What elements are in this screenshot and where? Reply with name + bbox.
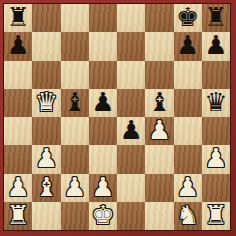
white-pawn-icon[interactable]: ♟ xyxy=(35,145,58,172)
square-h1[interactable]: ♜ xyxy=(202,202,230,230)
square-b7[interactable] xyxy=(32,32,60,60)
square-e2[interactable] xyxy=(117,174,145,202)
square-d2[interactable]: ♟ xyxy=(89,174,117,202)
square-a8[interactable]: ♜ xyxy=(4,4,32,32)
white-queen-icon[interactable]: ♛ xyxy=(35,89,58,116)
square-c6[interactable] xyxy=(61,61,89,89)
square-f4[interactable]: ♟ xyxy=(145,117,173,145)
square-d7[interactable] xyxy=(89,32,117,60)
square-e7[interactable] xyxy=(117,32,145,60)
white-rook-icon[interactable]: ♜ xyxy=(6,202,29,229)
square-g7[interactable]: ♟ xyxy=(174,32,202,60)
square-e6[interactable] xyxy=(117,61,145,89)
square-b6[interactable] xyxy=(32,61,60,89)
square-h2[interactable] xyxy=(202,174,230,202)
square-f3[interactable] xyxy=(145,145,173,173)
black-pawn-icon[interactable]: ♟ xyxy=(176,32,199,59)
square-c7[interactable] xyxy=(61,32,89,60)
white-knight-icon[interactable]: ♞ xyxy=(176,202,199,229)
white-rook-icon[interactable]: ♜ xyxy=(204,202,227,229)
square-b5[interactable]: ♛ xyxy=(32,89,60,117)
square-e8[interactable] xyxy=(117,4,145,32)
square-a6[interactable] xyxy=(4,61,32,89)
square-b4[interactable] xyxy=(32,117,60,145)
square-c5[interactable]: ♝ xyxy=(61,89,89,117)
square-g4[interactable] xyxy=(174,117,202,145)
black-king-icon[interactable]: ♚ xyxy=(176,4,199,31)
square-c4[interactable] xyxy=(61,117,89,145)
black-rook-icon[interactable]: ♜ xyxy=(6,4,29,31)
chess-board: ♜♚♜♟♟♟♛♝♟♝♛♟♟♟♟♟♝♟♟♟♜♚♞♜ xyxy=(3,3,231,231)
black-pawn-icon[interactable]: ♟ xyxy=(6,32,29,59)
square-e4[interactable]: ♟ xyxy=(117,117,145,145)
square-g5[interactable] xyxy=(174,89,202,117)
square-f8[interactable] xyxy=(145,4,173,32)
square-h6[interactable] xyxy=(202,61,230,89)
square-a5[interactable] xyxy=(4,89,32,117)
square-e5[interactable] xyxy=(117,89,145,117)
square-d1[interactable]: ♚ xyxy=(89,202,117,230)
square-g6[interactable] xyxy=(174,61,202,89)
black-pawn-icon[interactable]: ♟ xyxy=(204,32,227,59)
square-h4[interactable] xyxy=(202,117,230,145)
square-b2[interactable]: ♝ xyxy=(32,174,60,202)
square-g2[interactable]: ♟ xyxy=(174,174,202,202)
square-d6[interactable] xyxy=(89,61,117,89)
square-h5[interactable]: ♛ xyxy=(202,89,230,117)
square-f6[interactable] xyxy=(145,61,173,89)
square-c1[interactable] xyxy=(61,202,89,230)
square-c2[interactable]: ♟ xyxy=(61,174,89,202)
square-g3[interactable] xyxy=(174,145,202,173)
square-h3[interactable]: ♟ xyxy=(202,145,230,173)
square-f7[interactable] xyxy=(145,32,173,60)
white-pawn-icon[interactable]: ♟ xyxy=(63,174,86,201)
black-pawn-icon[interactable]: ♟ xyxy=(119,117,142,144)
square-d8[interactable] xyxy=(89,4,117,32)
square-h7[interactable]: ♟ xyxy=(202,32,230,60)
square-f2[interactable] xyxy=(145,174,173,202)
black-queen-icon[interactable]: ♛ xyxy=(204,89,227,116)
black-bishop-icon[interactable]: ♝ xyxy=(148,89,171,116)
white-pawn-icon[interactable]: ♟ xyxy=(148,117,171,144)
square-g1[interactable]: ♞ xyxy=(174,202,202,230)
square-f5[interactable]: ♝ xyxy=(145,89,173,117)
square-b8[interactable] xyxy=(32,4,60,32)
square-a1[interactable]: ♜ xyxy=(4,202,32,230)
square-c8[interactable] xyxy=(61,4,89,32)
square-c3[interactable] xyxy=(61,145,89,173)
square-b1[interactable] xyxy=(32,202,60,230)
square-d3[interactable] xyxy=(89,145,117,173)
white-pawn-icon[interactable]: ♟ xyxy=(176,174,199,201)
square-d4[interactable] xyxy=(89,117,117,145)
square-d5[interactable]: ♟ xyxy=(89,89,117,117)
square-e3[interactable] xyxy=(117,145,145,173)
square-e1[interactable] xyxy=(117,202,145,230)
square-h8[interactable]: ♜ xyxy=(202,4,230,32)
square-a3[interactable] xyxy=(4,145,32,173)
white-pawn-icon[interactable]: ♟ xyxy=(91,174,114,201)
square-b3[interactable]: ♟ xyxy=(32,145,60,173)
square-f1[interactable] xyxy=(145,202,173,230)
chess-board-frame: ♜♚♜♟♟♟♛♝♟♝♛♟♟♟♟♟♝♟♟♟♜♚♞♜ xyxy=(0,0,236,236)
white-pawn-icon[interactable]: ♟ xyxy=(204,145,227,172)
black-bishop-icon[interactable]: ♝ xyxy=(63,89,86,116)
white-king-icon[interactable]: ♚ xyxy=(91,202,114,229)
square-a4[interactable] xyxy=(4,117,32,145)
white-pawn-icon[interactable]: ♟ xyxy=(6,174,29,201)
black-rook-icon[interactable]: ♜ xyxy=(204,4,227,31)
square-a7[interactable]: ♟ xyxy=(4,32,32,60)
white-bishop-icon[interactable]: ♝ xyxy=(35,174,58,201)
black-pawn-icon[interactable]: ♟ xyxy=(91,89,114,116)
square-a2[interactable]: ♟ xyxy=(4,174,32,202)
square-g8[interactable]: ♚ xyxy=(174,4,202,32)
